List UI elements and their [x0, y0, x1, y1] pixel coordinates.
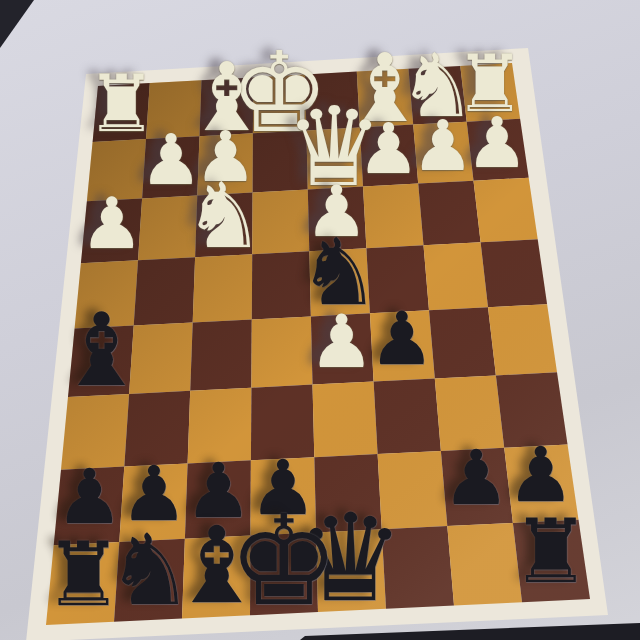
board-lighting-shade [46, 63, 590, 625]
chessboard [0, 0, 640, 640]
photo-backdrop: ♜♞♝♚♝♜♟♟♟♛♟♟♟♞♟♞♟♟♝♟♟♟♟♟♟♜♛♚♝♞♜ [0, 0, 640, 640]
